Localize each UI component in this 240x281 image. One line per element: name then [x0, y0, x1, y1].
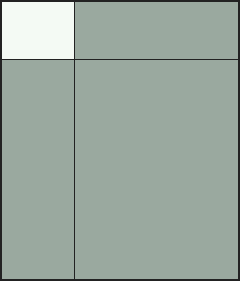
row-clues — [2, 60, 74, 279]
puzzle-board — [75, 60, 238, 279]
column-clues — [75, 2, 238, 59]
nonogram-puzzle — [0, 0, 240, 281]
corner-spacer — [2, 2, 74, 59]
